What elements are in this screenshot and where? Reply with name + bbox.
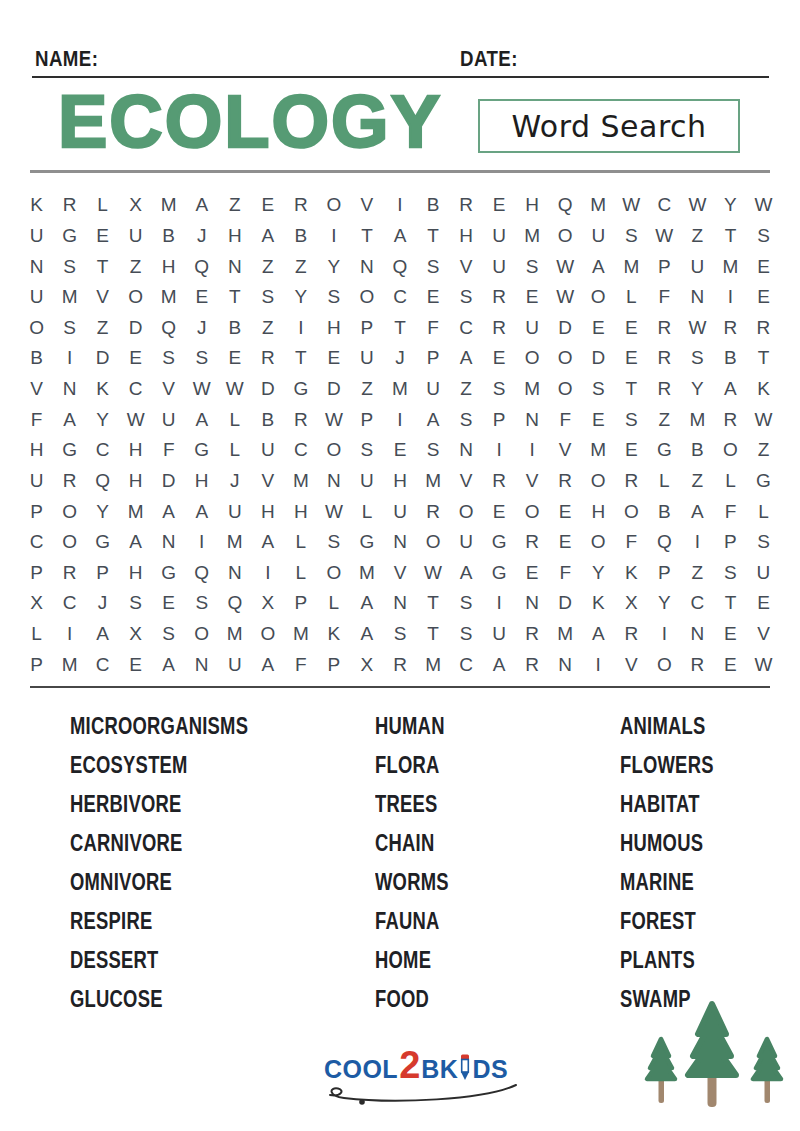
grid-cell[interactable]: O bbox=[20, 313, 53, 344]
grid-cell[interactable]: O bbox=[317, 558, 350, 589]
grid-cell[interactable]: U bbox=[152, 404, 185, 435]
grid-cell[interactable]: I bbox=[251, 558, 284, 589]
grid-cell[interactable]: E bbox=[615, 435, 648, 466]
grid-cell[interactable]: I bbox=[383, 190, 416, 221]
grid-cell[interactable]: N bbox=[53, 374, 86, 405]
grid-cell[interactable]: E bbox=[516, 558, 549, 589]
grid-cell[interactable]: M bbox=[582, 435, 615, 466]
grid-cell[interactable]: W bbox=[549, 251, 582, 282]
grid-cell[interactable]: O bbox=[582, 282, 615, 313]
grid-cell[interactable]: R bbox=[483, 313, 516, 344]
grid-cell[interactable]: S bbox=[417, 251, 450, 282]
grid-cell[interactable]: H bbox=[317, 313, 350, 344]
grid-cell[interactable]: Y bbox=[284, 282, 317, 313]
grid-cell[interactable]: N bbox=[450, 435, 483, 466]
grid-cell[interactable]: M bbox=[582, 190, 615, 221]
grid-cell[interactable]: B bbox=[218, 313, 251, 344]
grid-cell[interactable]: X bbox=[615, 588, 648, 619]
grid-cell[interactable]: A bbox=[714, 374, 747, 405]
grid-cell[interactable]: R bbox=[714, 404, 747, 435]
grid-cell[interactable]: E bbox=[516, 282, 549, 313]
grid-cell[interactable]: M bbox=[218, 527, 251, 558]
grid-cell[interactable]: S bbox=[383, 619, 416, 650]
grid-cell[interactable]: F bbox=[549, 558, 582, 589]
grid-cell[interactable]: Y bbox=[648, 588, 681, 619]
grid-cell[interactable]: E bbox=[549, 527, 582, 558]
grid-cell[interactable]: S bbox=[516, 251, 549, 282]
grid-cell[interactable]: K bbox=[86, 374, 119, 405]
grid-cell[interactable]: V bbox=[516, 466, 549, 497]
grid-cell[interactable]: G bbox=[747, 466, 780, 497]
grid-cell[interactable]: H bbox=[20, 435, 53, 466]
grid-cell[interactable]: H bbox=[185, 466, 218, 497]
grid-cell[interactable]: Q bbox=[218, 588, 251, 619]
grid-cell[interactable]: W bbox=[747, 649, 780, 680]
grid-cell[interactable]: C bbox=[648, 190, 681, 221]
grid-cell[interactable]: C bbox=[86, 649, 119, 680]
grid-cell[interactable]: A bbox=[185, 190, 218, 221]
grid-cell[interactable]: T bbox=[417, 221, 450, 252]
grid-cell[interactable]: O bbox=[615, 496, 648, 527]
grid-cell[interactable]: Y bbox=[582, 558, 615, 589]
grid-cell[interactable]: R bbox=[284, 190, 317, 221]
grid-cell[interactable]: B bbox=[714, 343, 747, 374]
grid-cell[interactable]: Z bbox=[681, 558, 714, 589]
grid-cell[interactable]: M bbox=[549, 619, 582, 650]
grid-cell[interactable]: H bbox=[119, 558, 152, 589]
grid-cell[interactable]: V bbox=[383, 558, 416, 589]
grid-cell[interactable]: X bbox=[350, 649, 383, 680]
grid-cell[interactable]: H bbox=[152, 251, 185, 282]
grid-cell[interactable]: S bbox=[417, 435, 450, 466]
grid-cell[interactable]: M bbox=[284, 619, 317, 650]
grid-cell[interactable]: Z bbox=[251, 313, 284, 344]
grid-cell[interactable]: O bbox=[53, 527, 86, 558]
grid-cell[interactable]: L bbox=[20, 619, 53, 650]
grid-cell[interactable]: U bbox=[383, 496, 416, 527]
grid-cell[interactable]: R bbox=[417, 496, 450, 527]
grid-cell[interactable]: B bbox=[648, 496, 681, 527]
grid-cell[interactable]: U bbox=[350, 343, 383, 374]
grid-cell[interactable]: C bbox=[20, 527, 53, 558]
grid-cell[interactable]: A bbox=[483, 649, 516, 680]
grid-cell[interactable]: X bbox=[119, 190, 152, 221]
grid-cell[interactable]: P bbox=[20, 649, 53, 680]
grid-cell[interactable]: I bbox=[284, 313, 317, 344]
grid-cell[interactable]: M bbox=[714, 251, 747, 282]
grid-cell[interactable]: N bbox=[383, 527, 416, 558]
grid-cell[interactable]: I bbox=[383, 404, 416, 435]
grid-cell[interactable]: O bbox=[516, 496, 549, 527]
grid-cell[interactable]: K bbox=[20, 190, 53, 221]
grid-cell[interactable]: C bbox=[681, 588, 714, 619]
grid-cell[interactable]: U bbox=[350, 466, 383, 497]
grid-cell[interactable]: T bbox=[417, 588, 450, 619]
grid-cell[interactable]: N bbox=[185, 649, 218, 680]
grid-cell[interactable]: N bbox=[218, 558, 251, 589]
grid-cell[interactable]: D bbox=[549, 313, 582, 344]
grid-cell[interactable]: U bbox=[483, 251, 516, 282]
grid-cell[interactable]: O bbox=[549, 374, 582, 405]
grid-cell[interactable]: U bbox=[218, 649, 251, 680]
grid-cell[interactable]: M bbox=[350, 558, 383, 589]
grid-cell[interactable]: P bbox=[86, 558, 119, 589]
grid-cell[interactable]: T bbox=[714, 221, 747, 252]
grid-cell[interactable]: L bbox=[648, 466, 681, 497]
grid-cell[interactable]: O bbox=[648, 649, 681, 680]
grid-cell[interactable]: A bbox=[119, 527, 152, 558]
grid-cell[interactable]: I bbox=[53, 619, 86, 650]
grid-cell[interactable]: N bbox=[516, 588, 549, 619]
grid-cell[interactable]: H bbox=[119, 466, 152, 497]
grid-cell[interactable]: S bbox=[251, 282, 284, 313]
grid-cell[interactable]: K bbox=[317, 619, 350, 650]
grid-cell[interactable]: A bbox=[185, 404, 218, 435]
grid-cell[interactable]: D bbox=[152, 466, 185, 497]
grid-cell[interactable]: A bbox=[152, 649, 185, 680]
grid-cell[interactable]: N bbox=[516, 404, 549, 435]
grid-cell[interactable]: K bbox=[747, 374, 780, 405]
grid-cell[interactable]: J bbox=[86, 588, 119, 619]
grid-cell[interactable]: Q bbox=[549, 190, 582, 221]
grid-cell[interactable]: Z bbox=[119, 251, 152, 282]
grid-cell[interactable]: F bbox=[417, 313, 450, 344]
grid-cell[interactable]: W bbox=[747, 190, 780, 221]
grid-cell[interactable]: A bbox=[86, 619, 119, 650]
grid-cell[interactable]: O bbox=[417, 527, 450, 558]
grid-cell[interactable]: D bbox=[86, 343, 119, 374]
grid-cell[interactable]: A bbox=[350, 588, 383, 619]
grid-cell[interactable]: G bbox=[53, 221, 86, 252]
grid-cell[interactable]: U bbox=[516, 313, 549, 344]
grid-cell[interactable]: O bbox=[549, 221, 582, 252]
grid-cell[interactable]: W bbox=[417, 558, 450, 589]
grid-cell[interactable]: S bbox=[152, 619, 185, 650]
grid-cell[interactable]: X bbox=[119, 619, 152, 650]
grid-cell[interactable]: E bbox=[417, 282, 450, 313]
grid-cell[interactable]: G bbox=[152, 558, 185, 589]
grid-cell[interactable]: S bbox=[185, 343, 218, 374]
grid-cell[interactable]: I bbox=[317, 221, 350, 252]
grid-cell[interactable]: S bbox=[119, 588, 152, 619]
grid-cell[interactable]: Q bbox=[383, 251, 416, 282]
grid-cell[interactable]: Z bbox=[747, 435, 780, 466]
grid-cell[interactable]: G bbox=[483, 558, 516, 589]
grid-cell[interactable]: L bbox=[317, 588, 350, 619]
grid-cell[interactable]: S bbox=[483, 374, 516, 405]
grid-cell[interactable]: H bbox=[119, 435, 152, 466]
grid-cell[interactable]: M bbox=[615, 251, 648, 282]
grid-cell[interactable]: E bbox=[119, 343, 152, 374]
grid-cell[interactable]: M bbox=[284, 466, 317, 497]
grid-cell[interactable]: P bbox=[714, 527, 747, 558]
grid-cell[interactable]: E bbox=[383, 435, 416, 466]
grid-cell[interactable]: M bbox=[218, 619, 251, 650]
grid-cell[interactable]: T bbox=[714, 588, 747, 619]
grid-cell[interactable]: A bbox=[417, 404, 450, 435]
grid-cell[interactable]: R bbox=[284, 404, 317, 435]
grid-cell[interactable]: P bbox=[483, 404, 516, 435]
grid-cell[interactable]: R bbox=[648, 343, 681, 374]
grid-cell[interactable]: H bbox=[251, 496, 284, 527]
grid-cell[interactable]: E bbox=[582, 404, 615, 435]
grid-cell[interactable]: S bbox=[714, 558, 747, 589]
grid-cell[interactable]: C bbox=[383, 282, 416, 313]
grid-cell[interactable]: H bbox=[450, 221, 483, 252]
grid-cell[interactable]: A bbox=[251, 221, 284, 252]
grid-cell[interactable]: Y bbox=[681, 374, 714, 405]
grid-cell[interactable]: V bbox=[350, 190, 383, 221]
grid-cell[interactable]: N bbox=[218, 251, 251, 282]
grid-cell[interactable]: F bbox=[20, 404, 53, 435]
grid-cell[interactable]: S bbox=[450, 619, 483, 650]
grid-cell[interactable]: B bbox=[152, 221, 185, 252]
grid-cell[interactable]: P bbox=[20, 496, 53, 527]
grid-cell[interactable]: F bbox=[549, 404, 582, 435]
grid-cell[interactable]: P bbox=[648, 558, 681, 589]
grid-cell[interactable]: F bbox=[152, 435, 185, 466]
grid-cell[interactable]: A bbox=[53, 404, 86, 435]
grid-cell[interactable]: B bbox=[417, 190, 450, 221]
grid-cell[interactable]: S bbox=[53, 313, 86, 344]
grid-cell[interactable]: A bbox=[582, 619, 615, 650]
grid-cell[interactable]: U bbox=[681, 251, 714, 282]
grid-cell[interactable]: H bbox=[582, 496, 615, 527]
grid-cell[interactable]: V bbox=[549, 435, 582, 466]
grid-cell[interactable]: Q bbox=[185, 558, 218, 589]
grid-cell[interactable]: N bbox=[350, 251, 383, 282]
grid-cell[interactable]: O bbox=[714, 435, 747, 466]
grid-cell[interactable]: W bbox=[747, 404, 780, 435]
grid-cell[interactable]: L bbox=[218, 404, 251, 435]
grid-cell[interactable]: S bbox=[615, 404, 648, 435]
grid-cell[interactable]: Q bbox=[185, 251, 218, 282]
grid-cell[interactable]: A bbox=[251, 527, 284, 558]
grid-cell[interactable]: E bbox=[86, 221, 119, 252]
grid-cell[interactable]: M bbox=[53, 649, 86, 680]
grid-cell[interactable]: U bbox=[119, 221, 152, 252]
grid-cell[interactable]: Q bbox=[86, 466, 119, 497]
grid-cell[interactable]: B bbox=[251, 404, 284, 435]
grid-cell[interactable]: R bbox=[483, 466, 516, 497]
grid-cell[interactable]: R bbox=[53, 466, 86, 497]
grid-cell[interactable]: C bbox=[284, 435, 317, 466]
grid-cell[interactable]: M bbox=[417, 649, 450, 680]
grid-cell[interactable]: E bbox=[747, 282, 780, 313]
grid-cell[interactable]: R bbox=[251, 343, 284, 374]
grid-cell[interactable]: T bbox=[747, 343, 780, 374]
grid-cell[interactable]: T bbox=[417, 619, 450, 650]
grid-cell[interactable]: H bbox=[516, 190, 549, 221]
grid-cell[interactable]: J bbox=[218, 466, 251, 497]
grid-cell[interactable]: U bbox=[483, 221, 516, 252]
grid-cell[interactable]: L bbox=[284, 527, 317, 558]
grid-cell[interactable]: N bbox=[681, 619, 714, 650]
grid-cell[interactable]: O bbox=[53, 496, 86, 527]
grid-cell[interactable]: P bbox=[317, 649, 350, 680]
grid-cell[interactable]: C bbox=[450, 313, 483, 344]
grid-cell[interactable]: E bbox=[218, 343, 251, 374]
grid-cell[interactable]: K bbox=[582, 588, 615, 619]
grid-cell[interactable]: S bbox=[615, 221, 648, 252]
grid-cell[interactable]: G bbox=[284, 374, 317, 405]
grid-cell[interactable]: U bbox=[20, 466, 53, 497]
grid-cell[interactable]: U bbox=[251, 435, 284, 466]
grid-cell[interactable]: U bbox=[20, 221, 53, 252]
grid-cell[interactable]: Y bbox=[86, 496, 119, 527]
grid-cell[interactable]: E bbox=[317, 343, 350, 374]
grid-cell[interactable]: S bbox=[152, 343, 185, 374]
grid-cell[interactable]: U bbox=[20, 282, 53, 313]
grid-cell[interactable]: P bbox=[417, 343, 450, 374]
grid-cell[interactable]: W bbox=[681, 190, 714, 221]
grid-cell[interactable]: Z bbox=[450, 374, 483, 405]
grid-cell[interactable]: I bbox=[516, 435, 549, 466]
grid-cell[interactable]: I bbox=[648, 619, 681, 650]
grid-cell[interactable]: D bbox=[582, 343, 615, 374]
grid-cell[interactable]: O bbox=[582, 527, 615, 558]
grid-cell[interactable]: O bbox=[549, 343, 582, 374]
grid-cell[interactable]: O bbox=[251, 619, 284, 650]
grid-cell[interactable]: E bbox=[119, 649, 152, 680]
grid-cell[interactable]: V bbox=[450, 251, 483, 282]
grid-cell[interactable]: G bbox=[86, 527, 119, 558]
grid-cell[interactable]: N bbox=[152, 527, 185, 558]
grid-cell[interactable]: S bbox=[350, 435, 383, 466]
grid-cell[interactable]: S bbox=[450, 282, 483, 313]
grid-cell[interactable]: P bbox=[350, 404, 383, 435]
grid-cell[interactable]: E bbox=[483, 343, 516, 374]
grid-cell[interactable]: Z bbox=[86, 313, 119, 344]
grid-cell[interactable]: E bbox=[747, 588, 780, 619]
grid-cell[interactable]: P bbox=[20, 558, 53, 589]
grid-cell[interactable]: R bbox=[53, 190, 86, 221]
grid-cell[interactable]: I bbox=[714, 282, 747, 313]
grid-cell[interactable]: V bbox=[152, 374, 185, 405]
grid-cell[interactable]: P bbox=[648, 251, 681, 282]
grid-cell[interactable]: B bbox=[681, 435, 714, 466]
grid-cell[interactable]: V bbox=[747, 619, 780, 650]
grid-cell[interactable]: N bbox=[317, 466, 350, 497]
grid-cell[interactable]: E bbox=[483, 496, 516, 527]
grid-cell[interactable]: E bbox=[549, 496, 582, 527]
grid-cell[interactable]: E bbox=[714, 619, 747, 650]
grid-cell[interactable]: T bbox=[383, 313, 416, 344]
grid-cell[interactable]: P bbox=[350, 313, 383, 344]
grid-cell[interactable]: F bbox=[615, 527, 648, 558]
grid-cell[interactable]: Q bbox=[648, 527, 681, 558]
grid-cell[interactable]: T bbox=[284, 343, 317, 374]
grid-cell[interactable]: R bbox=[516, 619, 549, 650]
grid-cell[interactable]: W bbox=[549, 282, 582, 313]
grid-cell[interactable]: S bbox=[317, 282, 350, 313]
grid-cell[interactable]: R bbox=[615, 466, 648, 497]
grid-cell[interactable]: L bbox=[747, 496, 780, 527]
grid-cell[interactable]: U bbox=[582, 221, 615, 252]
grid-cell[interactable]: D bbox=[317, 374, 350, 405]
grid-cell[interactable]: Z bbox=[681, 221, 714, 252]
grid-cell[interactable]: C bbox=[450, 649, 483, 680]
grid-cell[interactable]: R bbox=[53, 558, 86, 589]
grid-cell[interactable]: T bbox=[218, 282, 251, 313]
grid-cell[interactable]: D bbox=[549, 588, 582, 619]
grid-cell[interactable]: M bbox=[152, 190, 185, 221]
grid-cell[interactable]: A bbox=[185, 496, 218, 527]
grid-cell[interactable]: G bbox=[53, 435, 86, 466]
grid-cell[interactable]: O bbox=[350, 282, 383, 313]
grid-cell[interactable]: A bbox=[450, 343, 483, 374]
grid-cell[interactable]: S bbox=[53, 251, 86, 282]
grid-cell[interactable]: E bbox=[483, 190, 516, 221]
grid-cell[interactable]: X bbox=[20, 588, 53, 619]
grid-cell[interactable]: V bbox=[20, 374, 53, 405]
grid-cell[interactable]: S bbox=[747, 221, 780, 252]
grid-cell[interactable]: B bbox=[284, 221, 317, 252]
grid-cell[interactable]: C bbox=[86, 435, 119, 466]
grid-cell[interactable]: E bbox=[714, 649, 747, 680]
grid-cell[interactable]: S bbox=[450, 404, 483, 435]
grid-cell[interactable]: I bbox=[681, 527, 714, 558]
grid-cell[interactable]: Z bbox=[681, 466, 714, 497]
grid-cell[interactable]: W bbox=[185, 374, 218, 405]
grid-cell[interactable]: B bbox=[20, 343, 53, 374]
grid-cell[interactable]: R bbox=[483, 282, 516, 313]
grid-cell[interactable]: V bbox=[86, 282, 119, 313]
grid-cell[interactable]: F bbox=[648, 282, 681, 313]
grid-cell[interactable]: J bbox=[185, 313, 218, 344]
grid-cell[interactable]: F bbox=[284, 649, 317, 680]
grid-cell[interactable]: L bbox=[615, 282, 648, 313]
grid-cell[interactable]: R bbox=[450, 190, 483, 221]
grid-cell[interactable]: S bbox=[747, 527, 780, 558]
grid-cell[interactable]: C bbox=[53, 588, 86, 619]
grid-cell[interactable]: R bbox=[516, 649, 549, 680]
grid-cell[interactable]: O bbox=[185, 619, 218, 650]
grid-cell[interactable]: R bbox=[516, 527, 549, 558]
grid-cell[interactable]: W bbox=[317, 496, 350, 527]
grid-cell[interactable]: A bbox=[681, 496, 714, 527]
grid-cell[interactable]: M bbox=[383, 374, 416, 405]
grid-cell[interactable]: J bbox=[383, 343, 416, 374]
grid-cell[interactable]: D bbox=[119, 313, 152, 344]
grid-cell[interactable]: I bbox=[185, 527, 218, 558]
grid-cell[interactable]: A bbox=[383, 221, 416, 252]
grid-cell[interactable]: V bbox=[450, 466, 483, 497]
grid-cell[interactable]: R bbox=[747, 313, 780, 344]
grid-cell[interactable]: H bbox=[218, 221, 251, 252]
grid-cell[interactable]: V bbox=[615, 649, 648, 680]
grid-cell[interactable]: O bbox=[317, 190, 350, 221]
grid-cell[interactable]: P bbox=[284, 588, 317, 619]
grid-cell[interactable]: W bbox=[317, 404, 350, 435]
grid-cell[interactable]: U bbox=[218, 496, 251, 527]
grid-cell[interactable]: L bbox=[284, 558, 317, 589]
grid-cell[interactable]: G bbox=[185, 435, 218, 466]
grid-cell[interactable]: U bbox=[417, 374, 450, 405]
grid-cell[interactable]: M bbox=[516, 221, 549, 252]
grid-cell[interactable]: D bbox=[251, 374, 284, 405]
grid-cell[interactable]: H bbox=[284, 496, 317, 527]
grid-cell[interactable]: X bbox=[251, 588, 284, 619]
grid-cell[interactable]: A bbox=[350, 619, 383, 650]
grid-cell[interactable]: S bbox=[582, 374, 615, 405]
grid-cell[interactable]: Y bbox=[714, 190, 747, 221]
grid-cell[interactable]: R bbox=[615, 619, 648, 650]
grid-cell[interactable]: T bbox=[86, 251, 119, 282]
grid-cell[interactable]: S bbox=[681, 343, 714, 374]
grid-cell[interactable]: O bbox=[516, 343, 549, 374]
grid-cell[interactable]: W bbox=[119, 404, 152, 435]
